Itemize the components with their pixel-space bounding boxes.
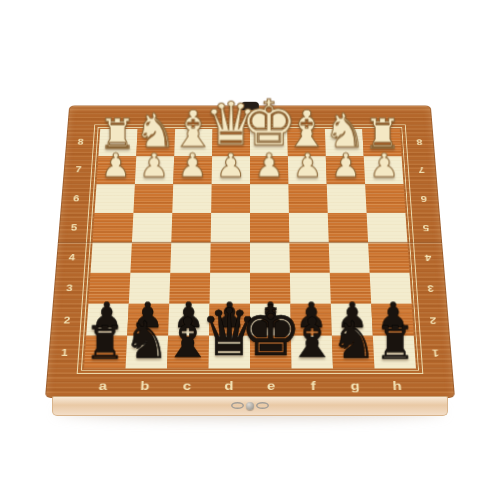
- rank-label-left-6: 6: [67, 184, 86, 213]
- file-label-h: h: [376, 376, 419, 394]
- piece-black-rook-h1[interactable]: ♜: [375, 321, 416, 366]
- piece-white-pawn-e7[interactable]: ♟: [254, 149, 283, 182]
- square-a6[interactable]: [95, 184, 135, 213]
- board-grid: ♜♞♝♛♚♝♞♜♟♟♟♟♟♟♟♟♟♟♟♟♟♟♟♟♜♞♝♛♚♝♞♜: [84, 129, 416, 368]
- square-d7[interactable]: ♟: [212, 156, 250, 184]
- file-label-a: a: [81, 376, 124, 394]
- rank-label-left-7: 7: [69, 156, 87, 184]
- square-h7[interactable]: ♟: [364, 156, 404, 184]
- square-h6[interactable]: [365, 184, 405, 213]
- square-g1[interactable]: ♞: [332, 336, 375, 369]
- rank-label-right-2: 2: [423, 304, 443, 336]
- square-e4[interactable]: [250, 243, 290, 273]
- file-labels: abcdefgh: [81, 376, 418, 394]
- photo-background: ♜♞♝♛♚♝♞♜♟♟♟♟♟♟♟♟♟♟♟♟♟♟♟♟♜♞♝♛♚♝♞♜ abcdefg…: [0, 0, 500, 500]
- rank-label-right-6: 6: [414, 184, 433, 213]
- square-g6[interactable]: [327, 184, 367, 213]
- rank-label-right-3: 3: [421, 273, 441, 304]
- file-label-g: g: [334, 376, 377, 394]
- rank-label-left-1: 1: [54, 336, 74, 369]
- square-c4[interactable]: [170, 243, 210, 273]
- square-h5[interactable]: [367, 213, 408, 242]
- rank-label-right-7: 7: [412, 156, 430, 184]
- clasp-knob: [246, 402, 254, 410]
- square-d6[interactable]: [211, 184, 250, 213]
- file-label-f: f: [292, 376, 334, 394]
- square-f7[interactable]: ♟: [288, 156, 327, 184]
- square-f5[interactable]: [289, 213, 329, 242]
- square-b7[interactable]: ♟: [135, 156, 174, 184]
- square-h4[interactable]: [368, 243, 409, 273]
- square-e1[interactable]: ♚: [250, 336, 291, 369]
- file-label-c: c: [166, 376, 208, 394]
- rank-label-right-5: 5: [417, 213, 436, 243]
- piece-white-pawn-g7[interactable]: ♟: [331, 149, 360, 182]
- square-b5[interactable]: [132, 213, 172, 242]
- piece-white-pawn-c7[interactable]: ♟: [178, 149, 207, 182]
- rank-label-left-8: 8: [71, 128, 89, 155]
- piece-white-pawn-f7[interactable]: ♟: [293, 149, 322, 182]
- rank-label-left-2: 2: [57, 304, 77, 336]
- square-e5[interactable]: [250, 213, 289, 242]
- rank-label-left-3: 3: [59, 273, 79, 304]
- square-a7[interactable]: ♟: [96, 156, 136, 184]
- board-frame: ♜♞♝♛♚♝♞♜♟♟♟♟♟♟♟♟♟♟♟♟♟♟♟♟♜♞♝♛♚♝♞♜ abcdefg…: [45, 105, 455, 398]
- playing-area-border: ♜♞♝♛♚♝♞♜♟♟♟♟♟♟♟♟♟♟♟♟♟♟♟♟♜♞♝♛♚♝♞♜: [77, 125, 424, 374]
- clasp-wing-left: [231, 402, 244, 409]
- file-label-d: d: [208, 376, 250, 394]
- piece-black-knight-g1[interactable]: ♞: [331, 315, 377, 366]
- rank-label-left-5: 5: [64, 213, 83, 243]
- square-f4[interactable]: [289, 243, 329, 273]
- file-label-b: b: [123, 376, 166, 394]
- square-a5[interactable]: [93, 213, 134, 242]
- piece-white-pawn-a7[interactable]: ♟: [101, 149, 130, 182]
- box-front-edge: [52, 396, 448, 416]
- rank-label-right-8: 8: [410, 128, 428, 155]
- square-f6[interactable]: [288, 184, 327, 213]
- chess-board: ♜♞♝♛♚♝♞♜♟♟♟♟♟♟♟♟♟♟♟♟♟♟♟♟♜♞♝♛♚♝♞♜ abcdefg…: [45, 105, 455, 398]
- square-g5[interactable]: [328, 213, 368, 242]
- piece-white-pawn-d7[interactable]: ♟: [216, 149, 245, 182]
- rank-label-right-1: 1: [426, 336, 446, 369]
- square-c7[interactable]: ♟: [173, 156, 212, 184]
- fold-seam: [58, 242, 442, 243]
- file-label-e: e: [250, 376, 292, 394]
- piece-white-pawn-h7[interactable]: ♟: [369, 149, 398, 182]
- square-f1[interactable]: ♝: [291, 336, 333, 369]
- square-b4[interactable]: [130, 243, 171, 273]
- square-h1[interactable]: ♜: [373, 336, 416, 369]
- square-e6[interactable]: [250, 184, 289, 213]
- clasp-icon: [227, 399, 273, 412]
- square-b1[interactable]: ♞: [126, 336, 169, 369]
- square-a1[interactable]: ♜: [84, 336, 127, 369]
- square-b6[interactable]: [133, 184, 173, 213]
- square-c6[interactable]: [172, 184, 211, 213]
- piece-white-pawn-b7[interactable]: ♟: [139, 149, 168, 182]
- piece-black-rook-a1[interactable]: ♜: [85, 321, 126, 366]
- square-g4[interactable]: [329, 243, 370, 273]
- clasp-wing-right: [256, 402, 269, 409]
- square-d5[interactable]: [211, 213, 250, 242]
- square-e7[interactable]: ♟: [250, 156, 288, 184]
- square-d4[interactable]: [210, 243, 250, 273]
- piece-black-bishop-f1[interactable]: ♝: [287, 311, 337, 366]
- square-g7[interactable]: ♟: [326, 156, 365, 184]
- square-c5[interactable]: [171, 213, 211, 242]
- rank-label-right-4: 4: [419, 243, 438, 273]
- rank-label-left-4: 4: [62, 243, 81, 273]
- square-a4[interactable]: [90, 243, 131, 273]
